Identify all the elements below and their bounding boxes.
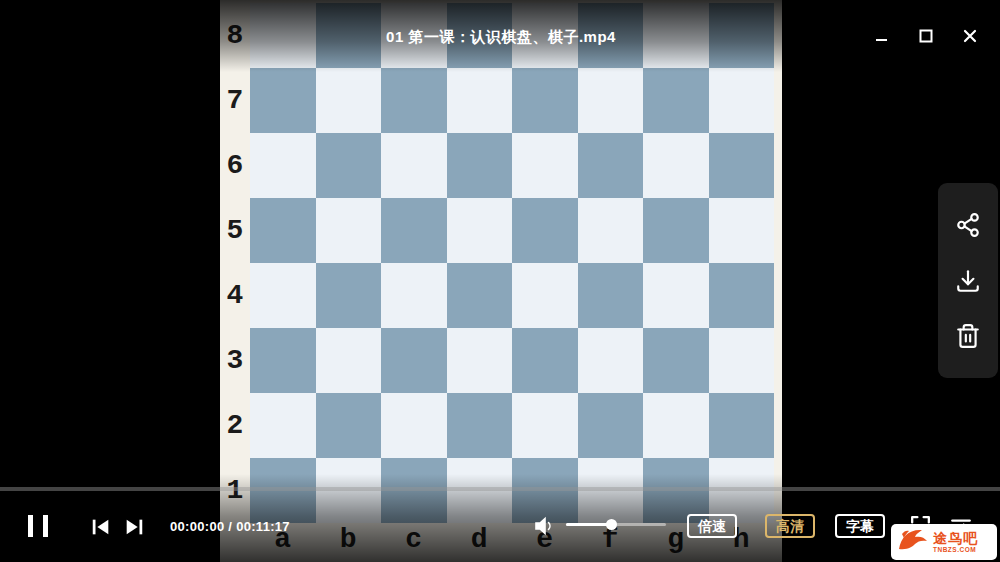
square-e5 (512, 198, 578, 263)
subtitle-button[interactable]: 字幕 (835, 514, 885, 538)
rank-label-2: 2 (220, 393, 250, 458)
watermark-name: 途鸟吧 (933, 531, 978, 545)
minimize-icon[interactable] (872, 26, 892, 46)
seek-bar[interactable] (0, 487, 1000, 491)
rank-label-4: 4 (220, 263, 250, 328)
square-f7 (578, 68, 644, 133)
square-d7 (447, 68, 513, 133)
speed-button[interactable]: 倍速 (687, 514, 737, 538)
square-d2 (447, 393, 513, 458)
square-b3 (316, 328, 382, 393)
square-e2 (512, 393, 578, 458)
square-h5 (709, 198, 775, 263)
square-e4 (512, 263, 578, 328)
player-window: 87654321 abcdefgh 01 第一课：认识棋盘、棋子.mp4 (0, 0, 1000, 562)
maximize-icon[interactable] (916, 26, 936, 46)
square-b5 (316, 198, 382, 263)
video-title: 01 第一课：认识棋盘、棋子.mp4 (220, 28, 782, 47)
quality-button[interactable]: 高清 (765, 514, 815, 538)
pause-button[interactable] (28, 515, 48, 537)
square-c5 (381, 198, 447, 263)
square-f2 (578, 393, 644, 458)
board-grid (250, 3, 774, 523)
square-b7 (316, 68, 382, 133)
square-g3 (643, 328, 709, 393)
square-e6 (512, 133, 578, 198)
square-a3 (250, 328, 316, 393)
square-c3 (381, 328, 447, 393)
square-f4 (578, 263, 644, 328)
square-h7 (709, 68, 775, 133)
square-c4 (381, 263, 447, 328)
square-d6 (447, 133, 513, 198)
video-surface[interactable]: 87654321 abcdefgh 01 第一课：认识棋盘、棋子.mp4 (220, 0, 782, 562)
square-b2 (316, 393, 382, 458)
rank-label-5: 5 (220, 198, 250, 263)
square-a5 (250, 198, 316, 263)
rank-label-6: 6 (220, 133, 250, 198)
side-panel (938, 183, 998, 378)
square-e7 (512, 68, 578, 133)
watermark-text: 途鸟吧 TNBZS.COM (933, 531, 978, 554)
square-b4 (316, 263, 382, 328)
square-h2 (709, 393, 775, 458)
square-h3 (709, 328, 775, 393)
square-f6 (578, 133, 644, 198)
square-f3 (578, 328, 644, 393)
square-g6 (643, 133, 709, 198)
close-icon[interactable] (960, 26, 980, 46)
square-g2 (643, 393, 709, 458)
square-f5 (578, 198, 644, 263)
square-c6 (381, 133, 447, 198)
square-a2 (250, 393, 316, 458)
window-controls (872, 26, 980, 46)
share-icon[interactable] (954, 211, 982, 239)
watermark-domain: TNBZS.COM (933, 547, 978, 554)
rank-label-7: 7 (220, 68, 250, 133)
square-d5 (447, 198, 513, 263)
next-track-button[interactable] (123, 516, 145, 542)
download-icon[interactable] (954, 267, 982, 295)
square-g4 (643, 263, 709, 328)
volume-slider[interactable] (566, 523, 666, 526)
square-g7 (643, 68, 709, 133)
square-b6 (316, 133, 382, 198)
bird-logo-icon (896, 525, 930, 559)
rank-labels: 87654321 (220, 3, 250, 523)
square-d4 (447, 263, 513, 328)
trash-icon[interactable] (954, 322, 982, 350)
title-overlay: 01 第一课：认识棋盘、棋子.mp4 (220, 0, 782, 72)
volume-fill (566, 523, 611, 526)
square-d3 (447, 328, 513, 393)
square-c7 (381, 68, 447, 133)
square-a6 (250, 133, 316, 198)
watermark-logo: 途鸟吧 TNBZS.COM (891, 524, 997, 560)
volume-thumb[interactable] (606, 519, 617, 530)
volume-icon[interactable] (532, 514, 556, 542)
square-g5 (643, 198, 709, 263)
rank-label-3: 3 (220, 328, 250, 393)
square-a4 (250, 263, 316, 328)
square-h6 (709, 133, 775, 198)
previous-track-button[interactable] (90, 516, 112, 542)
time-display: 00:00:00 / 00:11:17 (170, 519, 290, 534)
square-h4 (709, 263, 775, 328)
square-e3 (512, 328, 578, 393)
square-a7 (250, 68, 316, 133)
square-c2 (381, 393, 447, 458)
